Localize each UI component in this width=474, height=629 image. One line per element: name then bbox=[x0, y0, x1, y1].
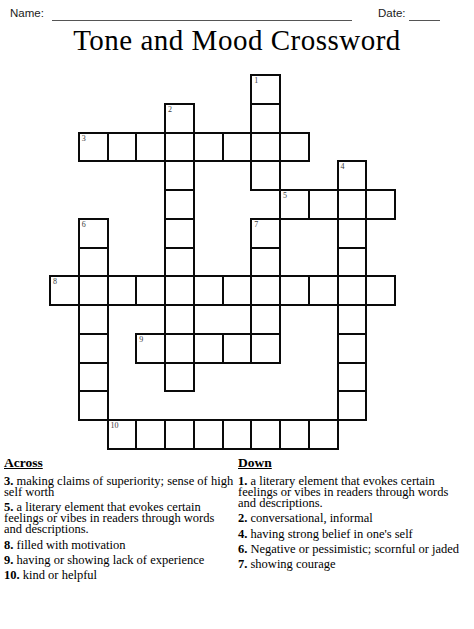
grid-cell[interactable] bbox=[164, 189, 195, 220]
grid-cell[interactable] bbox=[222, 132, 253, 163]
clue-10-across: 10. kind or helpful bbox=[4, 570, 234, 581]
clue-4-down: 4. having strong belief in one's self bbox=[238, 529, 468, 540]
grid-cell[interactable] bbox=[279, 275, 310, 306]
grid-cell[interactable] bbox=[164, 419, 195, 450]
clue-number-label: 4. bbox=[238, 527, 247, 541]
clue-number: 9 bbox=[139, 335, 143, 344]
grid-cell[interactable] bbox=[250, 419, 281, 450]
grid-cell[interactable]: 5 bbox=[279, 189, 310, 220]
grid-cell[interactable] bbox=[337, 304, 368, 335]
grid-cell[interactable] bbox=[107, 275, 138, 306]
grid-cell[interactable] bbox=[250, 103, 281, 134]
grid-cell[interactable]: 8 bbox=[49, 275, 80, 306]
clue-9-across: 9. having or showing lack of experience bbox=[4, 555, 234, 566]
grid-cell[interactable] bbox=[164, 247, 195, 278]
grid-cell[interactable] bbox=[250, 275, 281, 306]
clue-number: 2 bbox=[168, 105, 172, 114]
grid-cell[interactable] bbox=[164, 218, 195, 249]
crossword-grid: 12345678910 bbox=[49, 74, 397, 451]
grid-cell[interactable]: 7 bbox=[250, 218, 281, 249]
grid-cell[interactable] bbox=[308, 419, 339, 450]
grid-cell[interactable] bbox=[78, 247, 109, 278]
grid-cell[interactable] bbox=[222, 275, 253, 306]
grid-cell[interactable] bbox=[164, 132, 195, 163]
grid-cell[interactable] bbox=[337, 247, 368, 278]
grid-cell[interactable] bbox=[164, 304, 195, 335]
down-heading: Down bbox=[238, 455, 468, 471]
grid-cell[interactable] bbox=[308, 275, 339, 306]
grid-cell[interactable] bbox=[135, 275, 166, 306]
clue-number-label: 10. bbox=[4, 568, 20, 582]
across-clues: Across 3. making claims of superiority; … bbox=[4, 455, 234, 586]
down-clues: Down 1. a literary element that evokes c… bbox=[238, 455, 468, 575]
clue-number-label: 5. bbox=[4, 500, 13, 514]
grid-cell[interactable] bbox=[78, 390, 109, 421]
page-title: Tone and Mood Crossword bbox=[0, 24, 474, 57]
grid-cell[interactable] bbox=[337, 275, 368, 306]
grid-cell[interactable] bbox=[164, 275, 195, 306]
clue-number-label: 8. bbox=[4, 538, 13, 552]
grid-cell[interactable]: 10 bbox=[107, 419, 138, 450]
grid-cell[interactable] bbox=[279, 419, 310, 450]
clue-number: 3 bbox=[82, 134, 86, 143]
grid-cell[interactable] bbox=[164, 333, 195, 364]
clue-number: 8 bbox=[53, 277, 57, 286]
grid-cell[interactable] bbox=[193, 333, 224, 364]
clue-number: 10 bbox=[111, 421, 119, 430]
grid-cell[interactable] bbox=[164, 362, 195, 393]
name-blank-line[interactable] bbox=[52, 20, 352, 21]
clue-7-down: 7. showing courage bbox=[238, 559, 468, 570]
clue-number: 4 bbox=[341, 162, 345, 171]
grid-cell[interactable] bbox=[78, 333, 109, 364]
date-label: Date: bbox=[378, 7, 406, 19]
name-date-bar: Name: Date: bbox=[0, 6, 474, 24]
clue-number-label: 9. bbox=[4, 553, 13, 567]
grid-cell[interactable] bbox=[107, 132, 138, 163]
clue-number: 6 bbox=[82, 220, 86, 229]
grid-cell[interactable]: 4 bbox=[337, 160, 368, 191]
clue-number-label: 1. bbox=[238, 474, 247, 488]
grid-cell[interactable] bbox=[250, 333, 281, 364]
grid-cell[interactable] bbox=[250, 160, 281, 191]
grid-cell[interactable] bbox=[193, 132, 224, 163]
grid-cell[interactable] bbox=[279, 132, 310, 163]
grid-cell[interactable] bbox=[250, 132, 281, 163]
grid-cell[interactable]: 6 bbox=[78, 218, 109, 249]
grid-cell[interactable]: 1 bbox=[250, 74, 281, 105]
clue-6-down: 6. Negative or pessimistic; scornful or … bbox=[238, 544, 468, 555]
grid-cell[interactable] bbox=[222, 333, 253, 364]
grid-cell[interactable] bbox=[365, 189, 396, 220]
clue-number-label: 2. bbox=[238, 511, 247, 525]
grid-cell[interactable] bbox=[78, 362, 109, 393]
grid-cell[interactable] bbox=[78, 275, 109, 306]
clue-8-across: 8. filled with motivation bbox=[4, 540, 234, 551]
name-label: Name: bbox=[10, 7, 44, 19]
grid-cell[interactable] bbox=[78, 304, 109, 335]
clue-number: 1 bbox=[254, 76, 258, 85]
clue-number: 7 bbox=[254, 220, 258, 229]
grid-cell[interactable] bbox=[337, 189, 368, 220]
grid-cell[interactable] bbox=[365, 275, 396, 306]
clue-number: 5 bbox=[283, 191, 287, 200]
clue-3-across: 3. making claims of superiority; sense o… bbox=[4, 476, 234, 498]
grid-cell[interactable]: 2 bbox=[164, 103, 195, 134]
clue-number-label: 6. bbox=[238, 542, 247, 556]
grid-cell[interactable] bbox=[250, 247, 281, 278]
grid-cell[interactable] bbox=[337, 362, 368, 393]
grid-cell[interactable] bbox=[164, 160, 195, 191]
clue-2-down: 2. conversational, informal bbox=[238, 513, 468, 524]
grid-cell[interactable] bbox=[193, 419, 224, 450]
grid-cell[interactable] bbox=[308, 189, 339, 220]
clue-1-down: 1. a literary element that evokes certai… bbox=[238, 476, 468, 509]
clues-section: Across 3. making claims of superiority; … bbox=[4, 455, 470, 586]
grid-cell[interactable] bbox=[337, 218, 368, 249]
down-clue-list: 1. a literary element that evokes certai… bbox=[238, 476, 468, 570]
across-heading: Across bbox=[4, 455, 234, 471]
grid-cell[interactable] bbox=[222, 419, 253, 450]
grid-cell[interactable] bbox=[135, 419, 166, 450]
clue-number-label: 3. bbox=[4, 474, 13, 488]
grid-cell[interactable]: 9 bbox=[135, 333, 166, 364]
grid-cell[interactable] bbox=[135, 132, 166, 163]
date-blank-line[interactable] bbox=[409, 20, 440, 21]
across-clue-list: 3. making claims of superiority; sense o… bbox=[4, 476, 234, 581]
grid-cell[interactable] bbox=[337, 390, 368, 421]
grid-cell[interactable]: 3 bbox=[78, 132, 109, 163]
grid-cell[interactable] bbox=[337, 333, 368, 364]
grid-cell[interactable] bbox=[250, 304, 281, 335]
clue-5-across: 5. a literary element that evokes certai… bbox=[4, 502, 234, 535]
grid-cell[interactable] bbox=[193, 275, 224, 306]
clue-number-label: 7. bbox=[238, 557, 247, 571]
